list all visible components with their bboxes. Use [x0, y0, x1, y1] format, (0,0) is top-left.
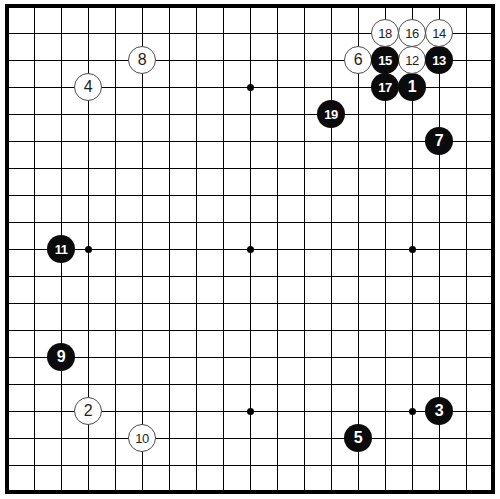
- move-number: 17: [378, 81, 391, 94]
- move-number: 19: [324, 108, 337, 121]
- move-number: 3: [435, 403, 443, 419]
- grid-line-horizontal: [7, 222, 493, 223]
- stone-black-1: 1: [398, 73, 426, 101]
- move-number: 7: [435, 133, 443, 149]
- stone-white-4: 4: [74, 73, 102, 101]
- stone-black-11: 11: [47, 235, 75, 263]
- move-number: 12: [405, 54, 418, 67]
- move-number: 8: [138, 52, 146, 68]
- grid-line-horizontal: [7, 438, 493, 439]
- move-number: 1: [408, 79, 416, 95]
- stone-black-5: 5: [344, 424, 372, 452]
- star-point: [247, 408, 254, 415]
- stone-black-7: 7: [425, 127, 453, 155]
- move-number: 4: [84, 79, 92, 95]
- grid-line-horizontal: [7, 357, 493, 358]
- stone-white-8: 8: [128, 46, 156, 74]
- stone-white-6: 6: [344, 46, 372, 74]
- stone-white-2: 2: [74, 397, 102, 425]
- move-number: 6: [354, 52, 362, 68]
- move-number: 5: [354, 430, 362, 446]
- grid-line-horizontal: [7, 303, 493, 304]
- stone-black-17: 17: [371, 73, 399, 101]
- grid-line-horizontal: [7, 384, 493, 385]
- grid-line-horizontal: [7, 276, 493, 277]
- move-number: 10: [135, 432, 148, 445]
- star-point: [85, 246, 92, 253]
- grid-line-horizontal: [7, 195, 493, 196]
- move-number: 16: [405, 27, 418, 40]
- star-point: [409, 408, 416, 415]
- star-point: [247, 246, 254, 253]
- grid-line-horizontal: [7, 465, 493, 466]
- grid-line-horizontal: [7, 114, 493, 115]
- move-number: 14: [432, 27, 445, 40]
- move-number: 2: [84, 403, 92, 419]
- move-number: 13: [432, 54, 445, 67]
- grid-line-horizontal: [7, 330, 493, 331]
- stone-black-19: 19: [317, 100, 345, 128]
- go-diagram: 12345678910111213141516171819: [0, 0, 500, 499]
- go-board[interactable]: 12345678910111213141516171819: [0, 0, 500, 499]
- stone-white-14: 14: [425, 19, 453, 47]
- move-number: 11: [55, 243, 68, 256]
- stone-white-18: 18: [371, 19, 399, 47]
- star-point: [409, 246, 416, 253]
- grid-line-horizontal: [7, 141, 493, 142]
- stone-white-12: 12: [398, 46, 426, 74]
- move-number: 18: [378, 27, 391, 40]
- stone-white-16: 16: [398, 19, 426, 47]
- move-number: 15: [378, 54, 391, 67]
- stone-black-3: 3: [425, 397, 453, 425]
- stone-white-10: 10: [128, 424, 156, 452]
- stone-black-13: 13: [425, 46, 453, 74]
- stone-black-9: 9: [47, 343, 75, 371]
- star-point: [247, 84, 254, 91]
- stone-black-15: 15: [371, 46, 399, 74]
- move-number: 9: [57, 349, 65, 365]
- grid-line-horizontal: [7, 168, 493, 169]
